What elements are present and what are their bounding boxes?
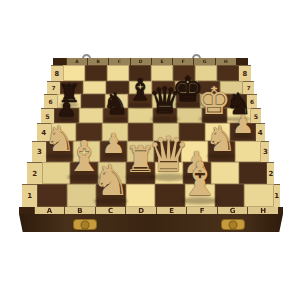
file-label-h: H [247, 207, 278, 214]
file-label-b: B [87, 58, 108, 65]
rank-label-1: 1 [274, 184, 280, 207]
file-label-f: F [172, 58, 193, 65]
rank-label-6: 6 [44, 94, 57, 108]
file-label-d: D [125, 207, 156, 214]
square-h1 [244, 184, 274, 207]
clasp-icon [74, 220, 96, 229]
rank-label-3: 3 [261, 141, 269, 162]
file-label-b: B [64, 207, 95, 214]
file-label-g: G [193, 58, 214, 65]
file-label-e: E [156, 207, 187, 214]
white-knight-c1: ♞ [92, 159, 130, 202]
clasp-icon [222, 220, 244, 229]
file-label-g: G [217, 207, 248, 214]
file-label-a: A [34, 207, 65, 214]
black-pawn-a5: ♟ [56, 97, 77, 120]
white-pawn-c3: ♟ [101, 129, 126, 156]
file-label-d: D [130, 58, 151, 65]
square-a1 [37, 184, 67, 207]
file-label-h: H [215, 58, 236, 65]
square-c8 [107, 65, 129, 81]
white-king-g5: ♚ [197, 82, 231, 120]
square-h3 [235, 141, 262, 162]
rank-label-1: 1 [22, 184, 37, 207]
white-bishop-f1: ♝ [179, 156, 221, 202]
rank-label-2: 2 [27, 162, 41, 184]
black-knight-c5: ♞ [102, 91, 129, 121]
square-b6 [81, 94, 105, 108]
square-d1 [126, 184, 156, 207]
square-b5 [79, 108, 104, 123]
rank-label-4: 4 [256, 123, 265, 141]
board-front-edge [19, 214, 283, 232]
rank-label-2: 2 [267, 162, 274, 184]
file-label-e: E [151, 58, 172, 65]
file-label-c: C [95, 207, 126, 214]
file-label-c: C [108, 58, 129, 65]
file-label-f: F [186, 207, 217, 214]
file-label-a: A [66, 58, 87, 65]
square-h2 [239, 162, 267, 184]
black-queen-e5: ♛ [149, 84, 182, 121]
rank-label-8: 8 [239, 65, 250, 81]
square-b8 [85, 65, 107, 81]
chess-set-photo: ABCDEFGHABCDEFGH8877665544332211 ♜♝♚♟♞♛♞… [0, 0, 300, 300]
